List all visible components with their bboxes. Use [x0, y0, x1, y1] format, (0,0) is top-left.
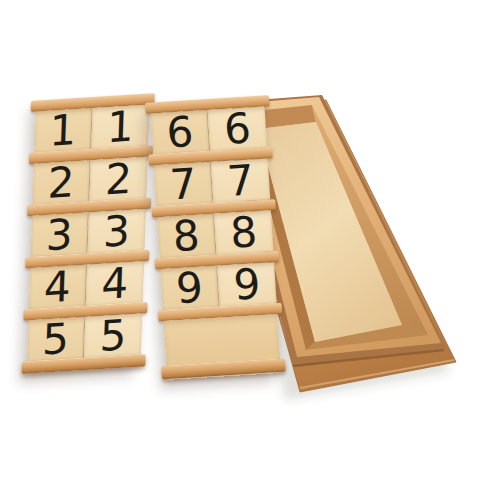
number-tile[interactable]: 9	[160, 266, 219, 310]
number-tile[interactable]: 2	[32, 160, 90, 205]
number-tile[interactable]: 6	[208, 106, 267, 150]
number-tile[interactable]: 5	[84, 313, 142, 358]
seguin-board-left[interactable]: 1 1 2 2 3 3 4 4 5 5	[27, 94, 150, 374]
board-row-empty	[163, 314, 280, 366]
board-row: 7 7	[154, 158, 270, 206]
board-row: 3 3	[31, 209, 146, 257]
number-tile[interactable]: 4	[29, 265, 87, 310]
number-tile[interactable]: 8	[214, 210, 273, 254]
number-tile[interactable]: 6	[151, 110, 210, 154]
number-tile[interactable]: 1	[91, 105, 149, 150]
board-row: 6 6	[151, 106, 267, 154]
number-tile[interactable]: 8	[157, 214, 216, 258]
seguin-board-right[interactable]: 6 6 7 7 8 8 9 9	[150, 96, 281, 380]
number-tile[interactable]: 3	[88, 209, 146, 254]
empty-slot[interactable]	[163, 314, 280, 366]
board-row: 4 4	[29, 261, 144, 309]
board-row: 5 5	[27, 313, 142, 361]
number-tile[interactable]: 1	[34, 108, 92, 153]
product-photo-scene: 1 1 2 2 3 3 4 4 5 5 6 6	[0, 0, 500, 500]
number-tile[interactable]: 7	[211, 158, 270, 202]
number-tile[interactable]: 5	[27, 317, 85, 362]
number-tile[interactable]: 4	[86, 261, 144, 306]
board-row: 9 9	[160, 262, 276, 310]
number-tile[interactable]: 3	[31, 212, 89, 257]
number-tile[interactable]: 2	[89, 157, 147, 202]
board-row: 8 8	[157, 210, 273, 258]
number-tile[interactable]: 7	[154, 162, 213, 206]
board-row: 2 2	[32, 157, 147, 205]
board-row: 1 1	[34, 105, 149, 153]
number-tile[interactable]: 9	[217, 262, 276, 306]
